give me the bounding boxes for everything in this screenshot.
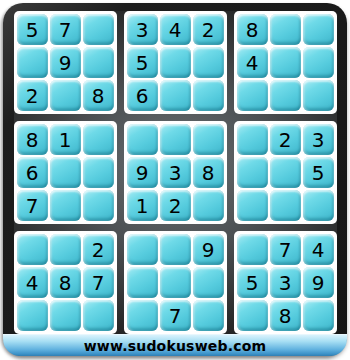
- cell-r1c9[interactable]: [303, 14, 334, 45]
- box-1-1: 57928: [14, 11, 117, 114]
- cell-r9c4[interactable]: [127, 300, 158, 331]
- cell-r3c6[interactable]: [193, 80, 224, 111]
- cell-r6c8[interactable]: [270, 190, 301, 221]
- cell-r3c8[interactable]: [270, 80, 301, 111]
- cell-r2c2[interactable]: 9: [50, 47, 81, 78]
- box-3-1: 2487: [14, 231, 117, 334]
- cell-r2c9[interactable]: [303, 47, 334, 78]
- cell-r1c7[interactable]: 8: [237, 14, 268, 45]
- cell-r4c7[interactable]: [237, 124, 268, 155]
- cell-r3c5[interactable]: [160, 80, 191, 111]
- cell-r7c6[interactable]: 9: [193, 234, 224, 265]
- cell-r5c1[interactable]: 6: [17, 157, 48, 188]
- cell-r4c2[interactable]: 1: [50, 124, 81, 155]
- cell-r3c1[interactable]: 2: [17, 80, 48, 111]
- cell-r3c7[interactable]: [237, 80, 268, 111]
- cell-r1c6[interactable]: 2: [193, 14, 224, 45]
- cell-r3c4[interactable]: 6: [127, 80, 158, 111]
- cell-r7c1[interactable]: [17, 234, 48, 265]
- cell-r1c3[interactable]: [83, 14, 114, 45]
- cell-r1c8[interactable]: [270, 14, 301, 45]
- cell-r5c5[interactable]: 3: [160, 157, 191, 188]
- website-link[interactable]: www.sudokusweb.com: [84, 338, 267, 354]
- cell-r1c2[interactable]: 7: [50, 14, 81, 45]
- cell-r8c7[interactable]: 5: [237, 267, 268, 298]
- cell-r9c2[interactable]: [50, 300, 81, 331]
- box-1-2: 34256: [124, 11, 227, 114]
- cell-r8c6[interactable]: [193, 267, 224, 298]
- cell-r3c9[interactable]: [303, 80, 334, 111]
- cell-r6c5[interactable]: 2: [160, 190, 191, 221]
- cell-r6c3[interactable]: [83, 190, 114, 221]
- cell-r5c6[interactable]: 8: [193, 157, 224, 188]
- cell-r7c7[interactable]: [237, 234, 268, 265]
- cell-r4c9[interactable]: 3: [303, 124, 334, 155]
- cell-r7c5[interactable]: [160, 234, 191, 265]
- cell-r9c9[interactable]: [303, 300, 334, 331]
- cell-r1c4[interactable]: 3: [127, 14, 158, 45]
- cell-r8c2[interactable]: 8: [50, 267, 81, 298]
- cell-r2c1[interactable]: [17, 47, 48, 78]
- box-3-3: 745398: [234, 231, 337, 334]
- cell-r5c4[interactable]: 9: [127, 157, 158, 188]
- cell-r6c4[interactable]: 1: [127, 190, 158, 221]
- cell-r2c5[interactable]: [160, 47, 191, 78]
- cell-r7c2[interactable]: [50, 234, 81, 265]
- cell-r6c2[interactable]: [50, 190, 81, 221]
- cell-r8c4[interactable]: [127, 267, 158, 298]
- cell-r7c4[interactable]: [127, 234, 158, 265]
- box-2-1: 8167: [14, 121, 117, 224]
- cell-r2c8[interactable]: [270, 47, 301, 78]
- cell-r4c1[interactable]: 8: [17, 124, 48, 155]
- cell-r4c4[interactable]: [127, 124, 158, 155]
- cell-r8c8[interactable]: 3: [270, 267, 301, 298]
- cell-r7c8[interactable]: 7: [270, 234, 301, 265]
- cell-r4c6[interactable]: [193, 124, 224, 155]
- cell-r3c3[interactable]: 8: [83, 80, 114, 111]
- cell-r9c6[interactable]: [193, 300, 224, 331]
- cell-r5c2[interactable]: [50, 157, 81, 188]
- cell-r2c4[interactable]: 5: [127, 47, 158, 78]
- board-frame: 579283425684816793812235248797745398 www…: [3, 3, 347, 356]
- cell-r6c1[interactable]: 7: [17, 190, 48, 221]
- cell-r9c7[interactable]: [237, 300, 268, 331]
- cell-r6c7[interactable]: [237, 190, 268, 221]
- cell-r4c8[interactable]: 2: [270, 124, 301, 155]
- cell-r6c9[interactable]: [303, 190, 334, 221]
- cell-r2c3[interactable]: [83, 47, 114, 78]
- cell-r9c3[interactable]: [83, 300, 114, 331]
- cell-r8c9[interactable]: 9: [303, 267, 334, 298]
- cell-r7c3[interactable]: 2: [83, 234, 114, 265]
- box-3-2: 97: [124, 231, 227, 334]
- cell-r6c6[interactable]: [193, 190, 224, 221]
- cell-r2c6[interactable]: [193, 47, 224, 78]
- cell-r9c5[interactable]: 7: [160, 300, 191, 331]
- board-area: 579283425684816793812235248797745398: [3, 3, 347, 334]
- cell-r9c1[interactable]: [17, 300, 48, 331]
- cell-r8c3[interactable]: 7: [83, 267, 114, 298]
- cell-r5c7[interactable]: [237, 157, 268, 188]
- cell-r4c5[interactable]: [160, 124, 191, 155]
- cell-r5c3[interactable]: [83, 157, 114, 188]
- footer-bar: www.sudokusweb.com: [3, 334, 347, 356]
- cell-r1c1[interactable]: 5: [17, 14, 48, 45]
- cell-r5c9[interactable]: 5: [303, 157, 334, 188]
- cell-r3c2[interactable]: [50, 80, 81, 111]
- box-1-3: 84: [234, 11, 337, 114]
- cell-r2c7[interactable]: 4: [237, 47, 268, 78]
- cell-r8c1[interactable]: 4: [17, 267, 48, 298]
- box-2-2: 93812: [124, 121, 227, 224]
- sudoku-board: 579283425684816793812235248797745398: [14, 11, 337, 334]
- cell-r8c5[interactable]: [160, 267, 191, 298]
- cell-r1c5[interactable]: 4: [160, 14, 191, 45]
- cell-r4c3[interactable]: [83, 124, 114, 155]
- cell-r5c8[interactable]: [270, 157, 301, 188]
- cell-r7c9[interactable]: 4: [303, 234, 334, 265]
- box-2-3: 235: [234, 121, 337, 224]
- cell-r9c8[interactable]: 8: [270, 300, 301, 331]
